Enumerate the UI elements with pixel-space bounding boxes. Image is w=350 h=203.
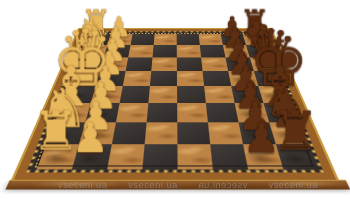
- square: [177, 34, 200, 45]
- chess-board: ♜♟♟♜♞♟♟♞♝♟♟♝♛♟♟♛♚♟♟♚♝♟♟♝♞♟♟♞♜♟♟♜: [10, 28, 340, 182]
- square: [177, 45, 201, 57]
- chess-set-photo: ♜♟♟♜♞♟♟♞♝♟♟♝♛♟♟♛♚♟♟♚♝♟♟♝♞♟♟♞♜♟♟♜ vseceni…: [0, 0, 350, 203]
- square: [199, 34, 223, 45]
- square: [200, 45, 226, 57]
- square: [177, 71, 204, 86]
- square: [130, 34, 154, 45]
- square: [150, 71, 177, 86]
- piece-glyph: ♟: [59, 117, 120, 159]
- square: [152, 45, 176, 57]
- chess-piece-P: ♟: [70, 143, 110, 168]
- piece-glyph: ♜: [264, 106, 325, 159]
- chess-piece-r: ♜: [273, 143, 315, 168]
- square: [177, 57, 203, 71]
- square: [151, 57, 177, 71]
- square: [128, 45, 153, 57]
- square: [154, 34, 177, 45]
- chess-box-front: [6, 180, 350, 190]
